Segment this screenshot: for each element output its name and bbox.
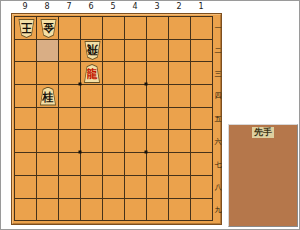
rank-label: 九 bbox=[214, 205, 222, 215]
board-square-5-9[interactable] bbox=[103, 199, 125, 222]
file-label: 9 bbox=[14, 2, 36, 12]
star-point bbox=[145, 83, 148, 86]
board-square-3-6[interactable] bbox=[147, 130, 169, 153]
board-square-6-8[interactable] bbox=[81, 176, 103, 199]
board-square-1-5[interactable] bbox=[191, 108, 213, 131]
shogi-board[interactable]: 一二三四五六七八九 王金飛龍桂 bbox=[11, 13, 222, 225]
file-label: 5 bbox=[102, 2, 124, 12]
piece-face: 桂 bbox=[41, 88, 56, 105]
board-square-4-2[interactable] bbox=[125, 40, 147, 63]
file-label: 4 bbox=[124, 2, 146, 12]
board-square-2-7[interactable] bbox=[169, 153, 191, 176]
piece-glyph: 金 bbox=[43, 19, 54, 34]
file-label: 8 bbox=[36, 2, 58, 12]
board-square-3-1[interactable] bbox=[147, 17, 169, 40]
board-square-1-9[interactable] bbox=[191, 199, 213, 222]
board-square-5-3[interactable] bbox=[103, 62, 125, 85]
file-label: 7 bbox=[58, 2, 80, 12]
board-square-6-9[interactable] bbox=[81, 199, 103, 222]
sente-komadai[interactable]: 先手 bbox=[228, 124, 298, 227]
board-square-1-8[interactable] bbox=[191, 176, 213, 199]
board-square-9-6[interactable] bbox=[15, 130, 37, 153]
rank-label: 八 bbox=[214, 182, 222, 192]
rank-label: 六 bbox=[214, 137, 222, 147]
rank-label: 七 bbox=[214, 160, 222, 170]
board-square-8-7[interactable] bbox=[37, 153, 59, 176]
piece-glyph: 桂 bbox=[43, 90, 54, 105]
board-square-9-7[interactable] bbox=[15, 153, 37, 176]
board-square-1-2[interactable] bbox=[191, 40, 213, 63]
board-square-3-5[interactable] bbox=[147, 108, 169, 131]
board-square-1-3[interactable] bbox=[191, 62, 213, 85]
board-square-2-4[interactable] bbox=[169, 85, 191, 108]
board-square-9-5[interactable] bbox=[15, 108, 37, 131]
board-square-8-5[interactable] bbox=[37, 108, 59, 131]
board-square-3-4[interactable] bbox=[147, 85, 169, 108]
piece-glyph: 龍 bbox=[87, 68, 98, 83]
file-label: 3 bbox=[146, 2, 168, 12]
piece-face: 龍 bbox=[85, 65, 100, 82]
board-square-1-4[interactable] bbox=[191, 85, 213, 108]
board-square-1-1[interactable] bbox=[191, 17, 213, 40]
board-square-9-9[interactable] bbox=[15, 199, 37, 222]
board-square-7-7[interactable] bbox=[59, 153, 81, 176]
board-square-6-1[interactable] bbox=[81, 17, 103, 40]
board-grid bbox=[14, 16, 213, 221]
rank-label: 四 bbox=[214, 91, 222, 101]
board-square-4-1[interactable] bbox=[125, 17, 147, 40]
board-square-3-2[interactable] bbox=[147, 40, 169, 63]
rank-label: 三 bbox=[214, 69, 222, 79]
file-label: 6 bbox=[80, 2, 102, 12]
board-square-7-1[interactable] bbox=[59, 17, 81, 40]
board-square-7-4[interactable] bbox=[59, 85, 81, 108]
board-square-6-7[interactable] bbox=[81, 153, 103, 176]
board-square-7-5[interactable] bbox=[59, 108, 81, 131]
board-square-2-9[interactable] bbox=[169, 199, 191, 222]
board-square-6-4[interactable] bbox=[81, 85, 103, 108]
board-square-1-7[interactable] bbox=[191, 153, 213, 176]
file-label: 2 bbox=[168, 2, 190, 12]
board-square-9-2[interactable] bbox=[15, 40, 37, 63]
board-square-9-4[interactable] bbox=[15, 85, 37, 108]
board-square-5-8[interactable] bbox=[103, 176, 125, 199]
board-square-3-9[interactable] bbox=[147, 199, 169, 222]
rank-label: 五 bbox=[214, 114, 222, 124]
rank-label: 二 bbox=[214, 46, 222, 56]
board-square-7-8[interactable] bbox=[59, 176, 81, 199]
board-square-5-1[interactable] bbox=[103, 17, 125, 40]
board-square-9-8[interactable] bbox=[15, 176, 37, 199]
piece-glyph: 王 bbox=[21, 19, 32, 34]
board-square-2-2[interactable] bbox=[169, 40, 191, 63]
board-square-1-6[interactable] bbox=[191, 130, 213, 153]
piece-glyph: 飛 bbox=[87, 42, 98, 57]
board-square-8-2[interactable] bbox=[37, 40, 59, 63]
rank-label: 一 bbox=[214, 23, 222, 33]
shogi-editor-window: 987654321 一二三四五六七八九 王金飛龍桂 先手 bbox=[0, 0, 300, 230]
board-square-5-7[interactable] bbox=[103, 153, 125, 176]
board-square-5-5[interactable] bbox=[103, 108, 125, 131]
board-square-2-5[interactable] bbox=[169, 108, 191, 131]
board-square-8-9[interactable] bbox=[37, 199, 59, 222]
board-square-5-2[interactable] bbox=[103, 40, 125, 63]
board-square-9-3[interactable] bbox=[15, 62, 37, 85]
board-square-7-2[interactable] bbox=[59, 40, 81, 63]
board-square-3-7[interactable] bbox=[147, 153, 169, 176]
board-square-4-8[interactable] bbox=[125, 176, 147, 199]
board-square-4-5[interactable] bbox=[125, 108, 147, 131]
board-square-6-6[interactable] bbox=[81, 130, 103, 153]
star-point bbox=[79, 151, 82, 154]
board-square-2-8[interactable] bbox=[169, 176, 191, 199]
board-square-4-4[interactable] bbox=[125, 85, 147, 108]
board-square-2-3[interactable] bbox=[169, 62, 191, 85]
board-square-7-9[interactable] bbox=[59, 199, 81, 222]
board-square-6-5[interactable] bbox=[81, 108, 103, 131]
board-square-8-8[interactable] bbox=[37, 176, 59, 199]
board-square-2-6[interactable] bbox=[169, 130, 191, 153]
board-square-2-1[interactable] bbox=[169, 17, 191, 40]
board-square-4-9[interactable] bbox=[125, 199, 147, 222]
file-labels: 987654321 bbox=[14, 2, 212, 12]
star-point bbox=[145, 151, 148, 154]
board-square-3-8[interactable] bbox=[147, 176, 169, 199]
file-label: 1 bbox=[190, 2, 212, 12]
board-square-5-6[interactable] bbox=[103, 130, 125, 153]
board-square-4-7[interactable] bbox=[125, 153, 147, 176]
board-square-8-3[interactable] bbox=[37, 62, 59, 85]
board-square-3-3[interactable] bbox=[147, 62, 169, 85]
board-square-5-4[interactable] bbox=[103, 85, 125, 108]
komadai-label: 先手 bbox=[252, 127, 274, 138]
star-point bbox=[79, 83, 82, 86]
board-square-8-6[interactable] bbox=[37, 130, 59, 153]
